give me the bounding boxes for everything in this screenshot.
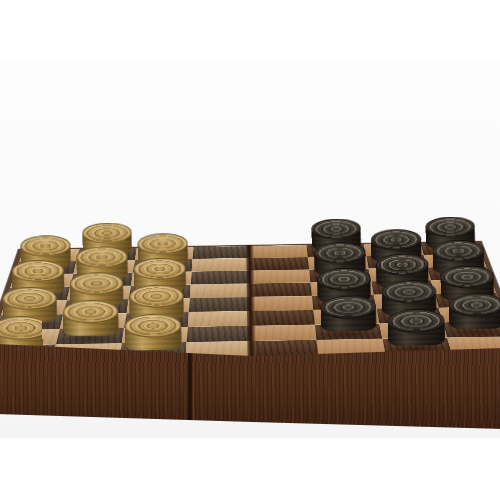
board-square[interactable] bbox=[189, 297, 251, 312]
board-square[interactable] bbox=[251, 296, 314, 311]
board-square[interactable] bbox=[191, 258, 250, 272]
board-square[interactable] bbox=[192, 246, 250, 259]
board-square[interactable] bbox=[190, 283, 251, 298]
board-square[interactable] bbox=[250, 245, 308, 258]
dark-piece[interactable]: ⛂ bbox=[387, 309, 444, 347]
photo-frame: ⛀⛂⛂⛀⛀⛂⛀⛂⛂⛀⛀⛂⛀⛂⛂⛀⛀⛂⛀⛂⛂⛀⛀⛂ bbox=[0, 62, 500, 438]
dark-piece[interactable]: ⛂ bbox=[449, 293, 500, 330]
board-square[interactable] bbox=[250, 269, 310, 283]
board-square[interactable]: ⛂ bbox=[443, 321, 500, 337]
board-square[interactable] bbox=[191, 270, 251, 284]
photo-canvas: Antique folding wooden draughts board ph… bbox=[0, 0, 500, 500]
light-piece[interactable]: ⛀ bbox=[124, 314, 181, 352]
board-square[interactable]: ⛀ bbox=[56, 328, 124, 344]
board-square[interactable] bbox=[188, 311, 252, 327]
checkers-board[interactable]: ⛀⛂⛂⛀⛀⛂⛀⛂⛂⛀⛀⛂⛀⛂⛂⛀⛀⛂⛀⛂⛂⛀⛀⛂ bbox=[0, 241, 500, 363]
board-square[interactable] bbox=[251, 310, 315, 326]
board-square[interactable] bbox=[186, 326, 251, 342]
light-piece[interactable]: ⛀ bbox=[62, 300, 118, 337]
board-square[interactable] bbox=[251, 325, 316, 341]
board-square[interactable] bbox=[250, 257, 309, 271]
dark-piece[interactable]: ⛂ bbox=[320, 295, 376, 332]
piece-top-rings bbox=[449, 293, 500, 317]
scene-description: Antique folding wooden draughts board ph… bbox=[0, 0, 1, 1]
board-square[interactable]: ⛂ bbox=[315, 323, 382, 339]
board-square[interactable] bbox=[251, 282, 312, 297]
